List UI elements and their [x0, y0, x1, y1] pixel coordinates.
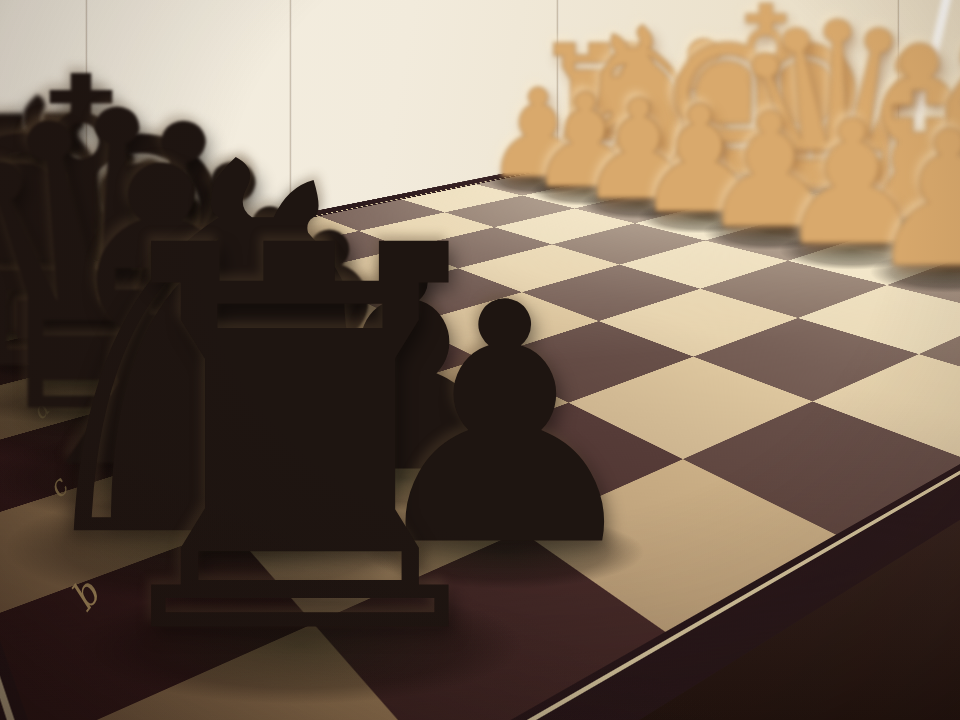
piece-white-pawn-b2[interactable]: ♟	[865, 107, 960, 295]
pieces-layer: ♜♞♝♛♚♝♞♜♟♟♟♟♟♟♟♟♜♞♝♛♚♝♞♜♟♟♟♟♟♟♟♟	[0, 0, 960, 720]
piece-black-rook-a8[interactable]: ♜	[63, 180, 537, 708]
photo-stage: gfedcb ♜♞♝♛♚♝♞♜♟♟♟♟♟♟♟♟♜♞♝♛♚♝♞♜♟♟♟♟♟♟♟♟	[0, 0, 960, 720]
